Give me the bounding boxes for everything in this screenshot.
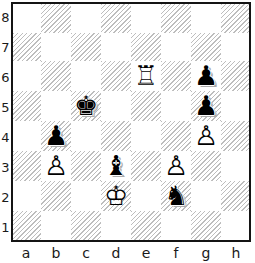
square-d7[interactable] bbox=[101, 33, 131, 62]
square-c8[interactable] bbox=[71, 4, 101, 33]
rank-label-6: 6 bbox=[0, 62, 11, 92]
square-e5[interactable] bbox=[131, 91, 161, 121]
square-c2[interactable] bbox=[71, 181, 101, 211]
file-label-e: e bbox=[131, 243, 161, 263]
square-e4[interactable] bbox=[131, 121, 161, 151]
square-c4[interactable] bbox=[71, 121, 101, 151]
rank-label-2: 2 bbox=[0, 182, 11, 212]
square-g5[interactable]: ♟ bbox=[191, 91, 221, 121]
square-a5[interactable] bbox=[13, 91, 41, 121]
square-f2[interactable]: ♞ bbox=[161, 181, 191, 211]
square-h4[interactable] bbox=[221, 121, 249, 151]
square-b5[interactable] bbox=[41, 91, 71, 121]
piece-black-knight-f2[interactable]: ♞ bbox=[161, 181, 191, 211]
file-label-b: b bbox=[41, 243, 71, 263]
square-g1[interactable] bbox=[191, 211, 221, 240]
square-a1[interactable] bbox=[13, 211, 41, 240]
square-e7[interactable] bbox=[131, 33, 161, 62]
square-a2[interactable] bbox=[13, 181, 41, 211]
square-h1[interactable] bbox=[221, 211, 249, 240]
square-e6[interactable]: ♖ bbox=[131, 61, 161, 91]
square-e8[interactable] bbox=[131, 4, 161, 33]
rank-label-5: 5 bbox=[0, 92, 11, 122]
square-d1[interactable] bbox=[101, 211, 131, 240]
piece-black-bishop-d3[interactable]: ♝ bbox=[101, 151, 131, 181]
square-g2[interactable] bbox=[191, 181, 221, 211]
square-a6[interactable] bbox=[13, 61, 41, 91]
square-f4[interactable] bbox=[161, 121, 191, 151]
rank-label-1: 1 bbox=[0, 212, 11, 242]
file-label-g: g bbox=[191, 243, 221, 263]
square-f7[interactable] bbox=[161, 33, 191, 62]
square-d3[interactable]: ♝ bbox=[101, 151, 131, 181]
square-b3[interactable]: ♙ bbox=[41, 151, 71, 181]
square-a8[interactable] bbox=[13, 4, 41, 33]
rank-label-7: 7 bbox=[0, 32, 11, 62]
piece-white-king-d2[interactable]: ♔ bbox=[101, 181, 131, 211]
square-b7[interactable] bbox=[41, 33, 71, 62]
square-g7[interactable] bbox=[191, 33, 221, 62]
square-d6[interactable] bbox=[101, 61, 131, 91]
file-label-f: f bbox=[161, 243, 191, 263]
square-d4[interactable] bbox=[101, 121, 131, 151]
piece-white-pawn-b3[interactable]: ♙ bbox=[41, 151, 71, 181]
rank-label-4: 4 bbox=[0, 122, 11, 152]
square-f3[interactable]: ♙ bbox=[161, 151, 191, 181]
piece-white-pawn-g4[interactable]: ♙ bbox=[191, 121, 221, 151]
square-h5[interactable] bbox=[221, 91, 249, 121]
file-label-c: c bbox=[71, 243, 101, 263]
square-g4[interactable]: ♙ bbox=[191, 121, 221, 151]
square-b6[interactable] bbox=[41, 61, 71, 91]
square-h3[interactable] bbox=[221, 151, 249, 181]
square-a4[interactable] bbox=[13, 121, 41, 151]
square-a3[interactable] bbox=[13, 151, 41, 181]
square-e2[interactable] bbox=[131, 181, 161, 211]
square-d5[interactable] bbox=[101, 91, 131, 121]
chess-board: ♖♟♚♟♟♙♙♝♙♔♞ bbox=[11, 2, 251, 242]
piece-black-pawn-g5[interactable]: ♟ bbox=[191, 91, 221, 121]
square-e1[interactable] bbox=[131, 211, 161, 240]
square-h7[interactable] bbox=[221, 33, 249, 62]
square-d8[interactable] bbox=[101, 4, 131, 33]
square-b8[interactable] bbox=[41, 4, 71, 33]
square-c3[interactable] bbox=[71, 151, 101, 181]
square-h6[interactable] bbox=[221, 61, 249, 91]
file-label-a: a bbox=[11, 243, 41, 263]
square-g3[interactable] bbox=[191, 151, 221, 181]
square-g8[interactable] bbox=[191, 4, 221, 33]
file-label-h: h bbox=[221, 243, 251, 263]
piece-black-king-c5[interactable]: ♚ bbox=[71, 91, 101, 121]
chess-diagram: 87654321 ♖♟♚♟♟♙♙♝♙♔♞ abcdefgh bbox=[0, 0, 255, 263]
file-label-d: d bbox=[101, 243, 131, 263]
square-h8[interactable] bbox=[221, 4, 249, 33]
square-c7[interactable] bbox=[71, 33, 101, 62]
square-f1[interactable] bbox=[161, 211, 191, 240]
square-b4[interactable]: ♟ bbox=[41, 121, 71, 151]
square-d2[interactable]: ♔ bbox=[101, 181, 131, 211]
square-h2[interactable] bbox=[221, 181, 249, 211]
square-f8[interactable] bbox=[161, 4, 191, 33]
rank-labels: 87654321 bbox=[0, 2, 11, 242]
square-c1[interactable] bbox=[71, 211, 101, 240]
square-c6[interactable] bbox=[71, 61, 101, 91]
square-a7[interactable] bbox=[13, 33, 41, 62]
square-f5[interactable] bbox=[161, 91, 191, 121]
piece-white-pawn-f3[interactable]: ♙ bbox=[161, 151, 191, 181]
piece-black-pawn-g6[interactable]: ♟ bbox=[191, 61, 221, 91]
rank-label-3: 3 bbox=[0, 152, 11, 182]
square-b1[interactable] bbox=[41, 211, 71, 240]
piece-black-pawn-b4[interactable]: ♟ bbox=[41, 121, 71, 151]
square-b2[interactable] bbox=[41, 181, 71, 211]
file-labels: abcdefgh bbox=[11, 243, 251, 263]
square-f6[interactable] bbox=[161, 61, 191, 91]
rank-label-8: 8 bbox=[0, 2, 11, 32]
square-e3[interactable] bbox=[131, 151, 161, 181]
piece-white-rook-e6[interactable]: ♖ bbox=[131, 61, 161, 91]
square-c5[interactable]: ♚ bbox=[71, 91, 101, 121]
square-g6[interactable]: ♟ bbox=[191, 61, 221, 91]
